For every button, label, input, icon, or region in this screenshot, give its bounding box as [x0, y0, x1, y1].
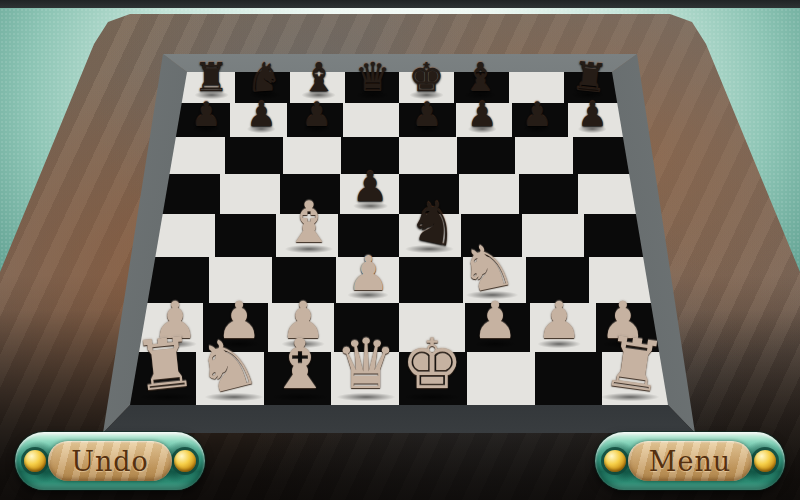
- piece-black-pawn-g7[interactable]: ♟: [522, 97, 552, 131]
- gold-orb-icon: [604, 450, 626, 472]
- white-king-glyph: ♚: [401, 330, 463, 399]
- square-h6[interactable]: [573, 137, 631, 174]
- undo-button[interactable]: Undo: [15, 432, 205, 490]
- menu-button-panel: Menu: [628, 441, 752, 481]
- piece-black-pawn-h7[interactable]: ♟: [577, 97, 607, 131]
- piece-white-rook-h1[interactable]: ♜: [600, 330, 662, 399]
- square-a5[interactable]: [161, 174, 221, 214]
- piece-black-rook-h8[interactable]: ♜: [570, 57, 606, 97]
- piece-black-knight-e4[interactable]: ♞: [404, 194, 455, 251]
- piece-black-pawn-d5[interactable]: ♟: [352, 167, 389, 208]
- piece-black-pawn-b7[interactable]: ♟: [246, 97, 276, 131]
- board-row: [161, 174, 638, 214]
- game-screen: { "game": "chess", "app_title": "3D Ches…: [0, 0, 800, 500]
- white-bishop-glyph: ♝: [284, 194, 335, 251]
- square-e3[interactable]: [399, 257, 462, 303]
- piece-white-pawn-g2[interactable]: ♟: [536, 295, 582, 346]
- piece-black-rook-a8[interactable]: ♜: [193, 57, 229, 97]
- piece-black-pawn-c7[interactable]: ♟: [301, 97, 331, 131]
- piece-black-knight-b8[interactable]: ♞: [247, 57, 283, 97]
- menu-button[interactable]: Menu: [595, 432, 785, 490]
- square-b4[interactable]: [215, 214, 276, 257]
- square-a4[interactable]: [153, 214, 214, 257]
- top-letterbox-strip: [0, 0, 800, 8]
- square-g6[interactable]: [515, 137, 573, 174]
- piece-black-pawn-e7[interactable]: ♟: [412, 97, 442, 131]
- menu-button-label: Menu: [649, 446, 731, 477]
- black-pawn-glyph: ♟: [522, 97, 552, 131]
- black-pawn-glyph: ♟: [191, 97, 221, 131]
- square-g4[interactable]: [522, 214, 583, 257]
- white-pawn-glyph: ♟: [347, 249, 390, 297]
- gold-orb-icon: [24, 450, 46, 472]
- square-h5[interactable]: [578, 174, 638, 214]
- black-king-glyph: ♚: [408, 57, 444, 97]
- black-bishop-glyph: ♝: [301, 57, 337, 97]
- black-rook-glyph: ♜: [193, 57, 229, 97]
- black-knight-glyph: ♞: [245, 56, 284, 98]
- undo-button-label: Undo: [71, 446, 149, 477]
- square-f5[interactable]: [459, 174, 519, 214]
- piece-black-pawn-f7[interactable]: ♟: [467, 97, 497, 131]
- black-pawn-glyph: ♟: [301, 97, 331, 131]
- square-e6[interactable]: [399, 137, 457, 174]
- black-pawn-glyph: ♟: [352, 167, 389, 208]
- board-row: [168, 137, 632, 174]
- white-knight-glyph: ♞: [188, 324, 265, 406]
- square-g5[interactable]: [519, 174, 579, 214]
- gold-orb-icon: [754, 450, 776, 472]
- white-queen-glyph: ♛: [335, 330, 397, 399]
- piece-black-pawn-a7[interactable]: ♟: [191, 97, 221, 131]
- white-bishop-glyph: ♝: [269, 330, 331, 399]
- black-pawn-glyph: ♟: [412, 97, 442, 131]
- white-pawn-glyph: ♟: [472, 295, 518, 346]
- white-rook-glyph: ♜: [599, 326, 670, 403]
- square-f1[interactable]: [467, 352, 535, 405]
- piece-white-bishop-c1[interactable]: ♝: [269, 330, 331, 399]
- black-queen-glyph: ♛: [355, 57, 391, 97]
- black-rook-glyph: ♜: [570, 55, 610, 99]
- piece-white-bishop-c4[interactable]: ♝: [284, 194, 335, 251]
- piece-white-king-e1[interactable]: ♚: [401, 330, 463, 399]
- black-pawn-glyph: ♟: [246, 97, 276, 131]
- square-b5[interactable]: [220, 174, 280, 214]
- square-c6[interactable]: [283, 137, 341, 174]
- piece-black-bishop-c8[interactable]: ♝: [301, 57, 337, 97]
- piece-white-queen-d1[interactable]: ♛: [335, 330, 397, 399]
- undo-button-panel: Undo: [48, 441, 172, 481]
- piece-white-knight-f3[interactable]: ♞: [465, 236, 520, 297]
- piece-white-knight-b1[interactable]: ♞: [203, 330, 265, 399]
- black-pawn-glyph: ♟: [467, 97, 497, 131]
- piece-white-pawn-f2[interactable]: ♟: [472, 295, 518, 346]
- piece-black-queen-d8[interactable]: ♛: [355, 57, 391, 97]
- piece-black-king-e8[interactable]: ♚: [408, 57, 444, 97]
- square-h4[interactable]: [584, 214, 645, 257]
- white-pawn-glyph: ♟: [536, 295, 582, 346]
- square-d7[interactable]: [343, 103, 399, 137]
- black-bishop-glyph: ♝: [462, 57, 498, 97]
- square-b6[interactable]: [225, 137, 283, 174]
- square-f6[interactable]: [457, 137, 515, 174]
- piece-black-bishop-f8[interactable]: ♝: [462, 57, 498, 97]
- piece-white-pawn-d3[interactable]: ♟: [347, 249, 390, 297]
- black-pawn-glyph: ♟: [577, 97, 607, 131]
- gold-orb-icon: [174, 450, 196, 472]
- square-a6[interactable]: [168, 137, 226, 174]
